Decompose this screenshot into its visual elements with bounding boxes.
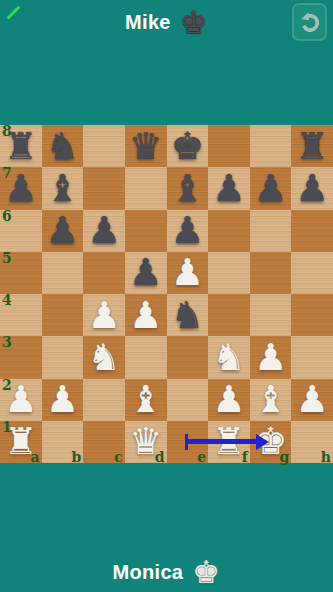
- square-g5[interactable]: [250, 252, 292, 294]
- piece-black-pawn: ♟: [167, 210, 209, 252]
- rank-label-7: 7: [2, 165, 12, 181]
- square-h6[interactable]: [291, 210, 333, 252]
- square-d8[interactable]: ♛: [125, 125, 167, 167]
- square-h8[interactable]: ♜: [291, 125, 333, 167]
- square-b2[interactable]: ♟: [42, 379, 84, 421]
- piece-white-pawn: ♟: [83, 294, 125, 336]
- square-a8[interactable]: 8♜: [0, 125, 42, 167]
- square-g4[interactable]: [250, 294, 292, 336]
- top-player-name: Mike: [125, 11, 171, 34]
- bottom-player-name: Monica: [113, 561, 184, 584]
- black-crown-icon: ♚: [180, 7, 208, 38]
- square-h4[interactable]: [291, 294, 333, 336]
- piece-white-bishop: ♝: [250, 379, 292, 421]
- square-b7[interactable]: ♝: [42, 167, 84, 209]
- square-d2[interactable]: ♝: [125, 379, 167, 421]
- piece-black-pawn: ♟: [208, 167, 250, 209]
- square-f5[interactable]: [208, 252, 250, 294]
- square-c6[interactable]: ♟: [83, 210, 125, 252]
- piece-white-bishop: ♝: [125, 379, 167, 421]
- square-g2[interactable]: ♝: [250, 379, 292, 421]
- piece-black-bishop: ♝: [42, 167, 84, 209]
- file-label-c: c: [114, 449, 123, 465]
- square-c5[interactable]: [83, 252, 125, 294]
- rank-label-3: 3: [2, 334, 12, 350]
- piece-white-pawn: ♟: [291, 379, 333, 421]
- square-c7[interactable]: [83, 167, 125, 209]
- square-f3[interactable]: ♞: [208, 336, 250, 378]
- rank-label-8: 8: [2, 123, 12, 139]
- last-move-arrow-line: [187, 439, 256, 444]
- piece-white-pawn: ♟: [125, 294, 167, 336]
- piece-black-bishop: ♝: [167, 167, 209, 209]
- square-e4[interactable]: ♞: [167, 294, 209, 336]
- piece-black-pawn: ♟: [125, 252, 167, 294]
- piece-black-knight: ♞: [167, 294, 209, 336]
- file-label-h: h: [321, 449, 331, 465]
- piece-white-knight: ♞: [208, 336, 250, 378]
- square-c2[interactable]: [83, 379, 125, 421]
- square-b8[interactable]: ♞: [42, 125, 84, 167]
- rank-label-5: 5: [2, 250, 12, 266]
- rank-label-6: 6: [2, 208, 12, 224]
- piece-black-knight: ♞: [42, 125, 84, 167]
- rank-label-2: 2: [2, 377, 12, 393]
- square-a2[interactable]: 2♟: [0, 379, 42, 421]
- piece-white-pawn: ♟: [167, 252, 209, 294]
- file-label-g: g: [280, 449, 290, 465]
- file-label-a: a: [31, 449, 40, 465]
- square-d5[interactable]: ♟: [125, 252, 167, 294]
- square-a3[interactable]: 3: [0, 336, 42, 378]
- square-d7[interactable]: [125, 167, 167, 209]
- square-b5[interactable]: [42, 252, 84, 294]
- square-h7[interactable]: ♟: [291, 167, 333, 209]
- white-crown-icon: ♚: [192, 557, 220, 588]
- square-e8[interactable]: ♚: [167, 125, 209, 167]
- square-h3[interactable]: [291, 336, 333, 378]
- piece-black-king: ♚: [167, 125, 209, 167]
- square-a1[interactable]: 1a♜: [0, 421, 42, 463]
- file-label-f: f: [242, 449, 248, 465]
- square-d3[interactable]: [125, 336, 167, 378]
- undo-button[interactable]: [292, 3, 327, 41]
- square-e6[interactable]: ♟: [167, 210, 209, 252]
- piece-white-knight: ♞: [83, 336, 125, 378]
- square-c1[interactable]: c: [83, 421, 125, 463]
- square-a6[interactable]: 6: [0, 210, 42, 252]
- square-c4[interactable]: ♟: [83, 294, 125, 336]
- square-h2[interactable]: ♟: [291, 379, 333, 421]
- bottom-player-bar: Monica ♚: [0, 552, 333, 592]
- square-b3[interactable]: [42, 336, 84, 378]
- top-player-bar: Mike ♚: [0, 2, 333, 42]
- rank-label-4: 4: [2, 292, 12, 308]
- square-e5[interactable]: ♟: [167, 252, 209, 294]
- square-d4[interactable]: ♟: [125, 294, 167, 336]
- square-f6[interactable]: [208, 210, 250, 252]
- square-d6[interactable]: [125, 210, 167, 252]
- file-label-b: b: [71, 449, 81, 465]
- piece-black-pawn: ♟: [83, 210, 125, 252]
- piece-white-pawn: ♟: [250, 336, 292, 378]
- square-b4[interactable]: [42, 294, 84, 336]
- square-f7[interactable]: ♟: [208, 167, 250, 209]
- square-f4[interactable]: [208, 294, 250, 336]
- piece-black-pawn: ♟: [291, 167, 333, 209]
- square-a5[interactable]: 5: [0, 252, 42, 294]
- square-a4[interactable]: 4: [0, 294, 42, 336]
- piece-white-pawn: ♟: [42, 379, 84, 421]
- square-h1[interactable]: h: [291, 421, 333, 463]
- square-h5[interactable]: [291, 252, 333, 294]
- square-a7[interactable]: 7♟: [0, 167, 42, 209]
- piece-black-pawn: ♟: [250, 167, 292, 209]
- chess-board: 8♜♞♛♚♜7♟♝♝♟♟♟6♟♟♟5♟♟4♟♟♞3♞♞♟2♟♟♝♟♝♟1a♜bc…: [0, 125, 333, 463]
- square-e3[interactable]: [167, 336, 209, 378]
- square-b6[interactable]: ♟: [42, 210, 84, 252]
- file-label-d: d: [155, 449, 165, 465]
- square-g8[interactable]: [250, 125, 292, 167]
- last-move-arrow-head: [256, 434, 269, 450]
- square-e2[interactable]: [167, 379, 209, 421]
- piece-white-pawn: ♟: [208, 379, 250, 421]
- square-f8[interactable]: [208, 125, 250, 167]
- file-label-e: e: [197, 449, 206, 465]
- piece-black-queen: ♛: [125, 125, 167, 167]
- square-g6[interactable]: [250, 210, 292, 252]
- square-g3[interactable]: ♟: [250, 336, 292, 378]
- square-b1[interactable]: b: [42, 421, 84, 463]
- square-g7[interactable]: ♟: [250, 167, 292, 209]
- piece-black-rook: ♜: [291, 125, 333, 167]
- piece-black-pawn: ♟: [42, 210, 84, 252]
- square-d1[interactable]: d♛: [125, 421, 167, 463]
- square-e7[interactable]: ♝: [167, 167, 209, 209]
- square-c8[interactable]: [83, 125, 125, 167]
- rank-label-1: 1: [2, 419, 12, 435]
- square-f2[interactable]: ♟: [208, 379, 250, 421]
- square-c3[interactable]: ♞: [83, 336, 125, 378]
- undo-arrow-icon: [297, 9, 323, 35]
